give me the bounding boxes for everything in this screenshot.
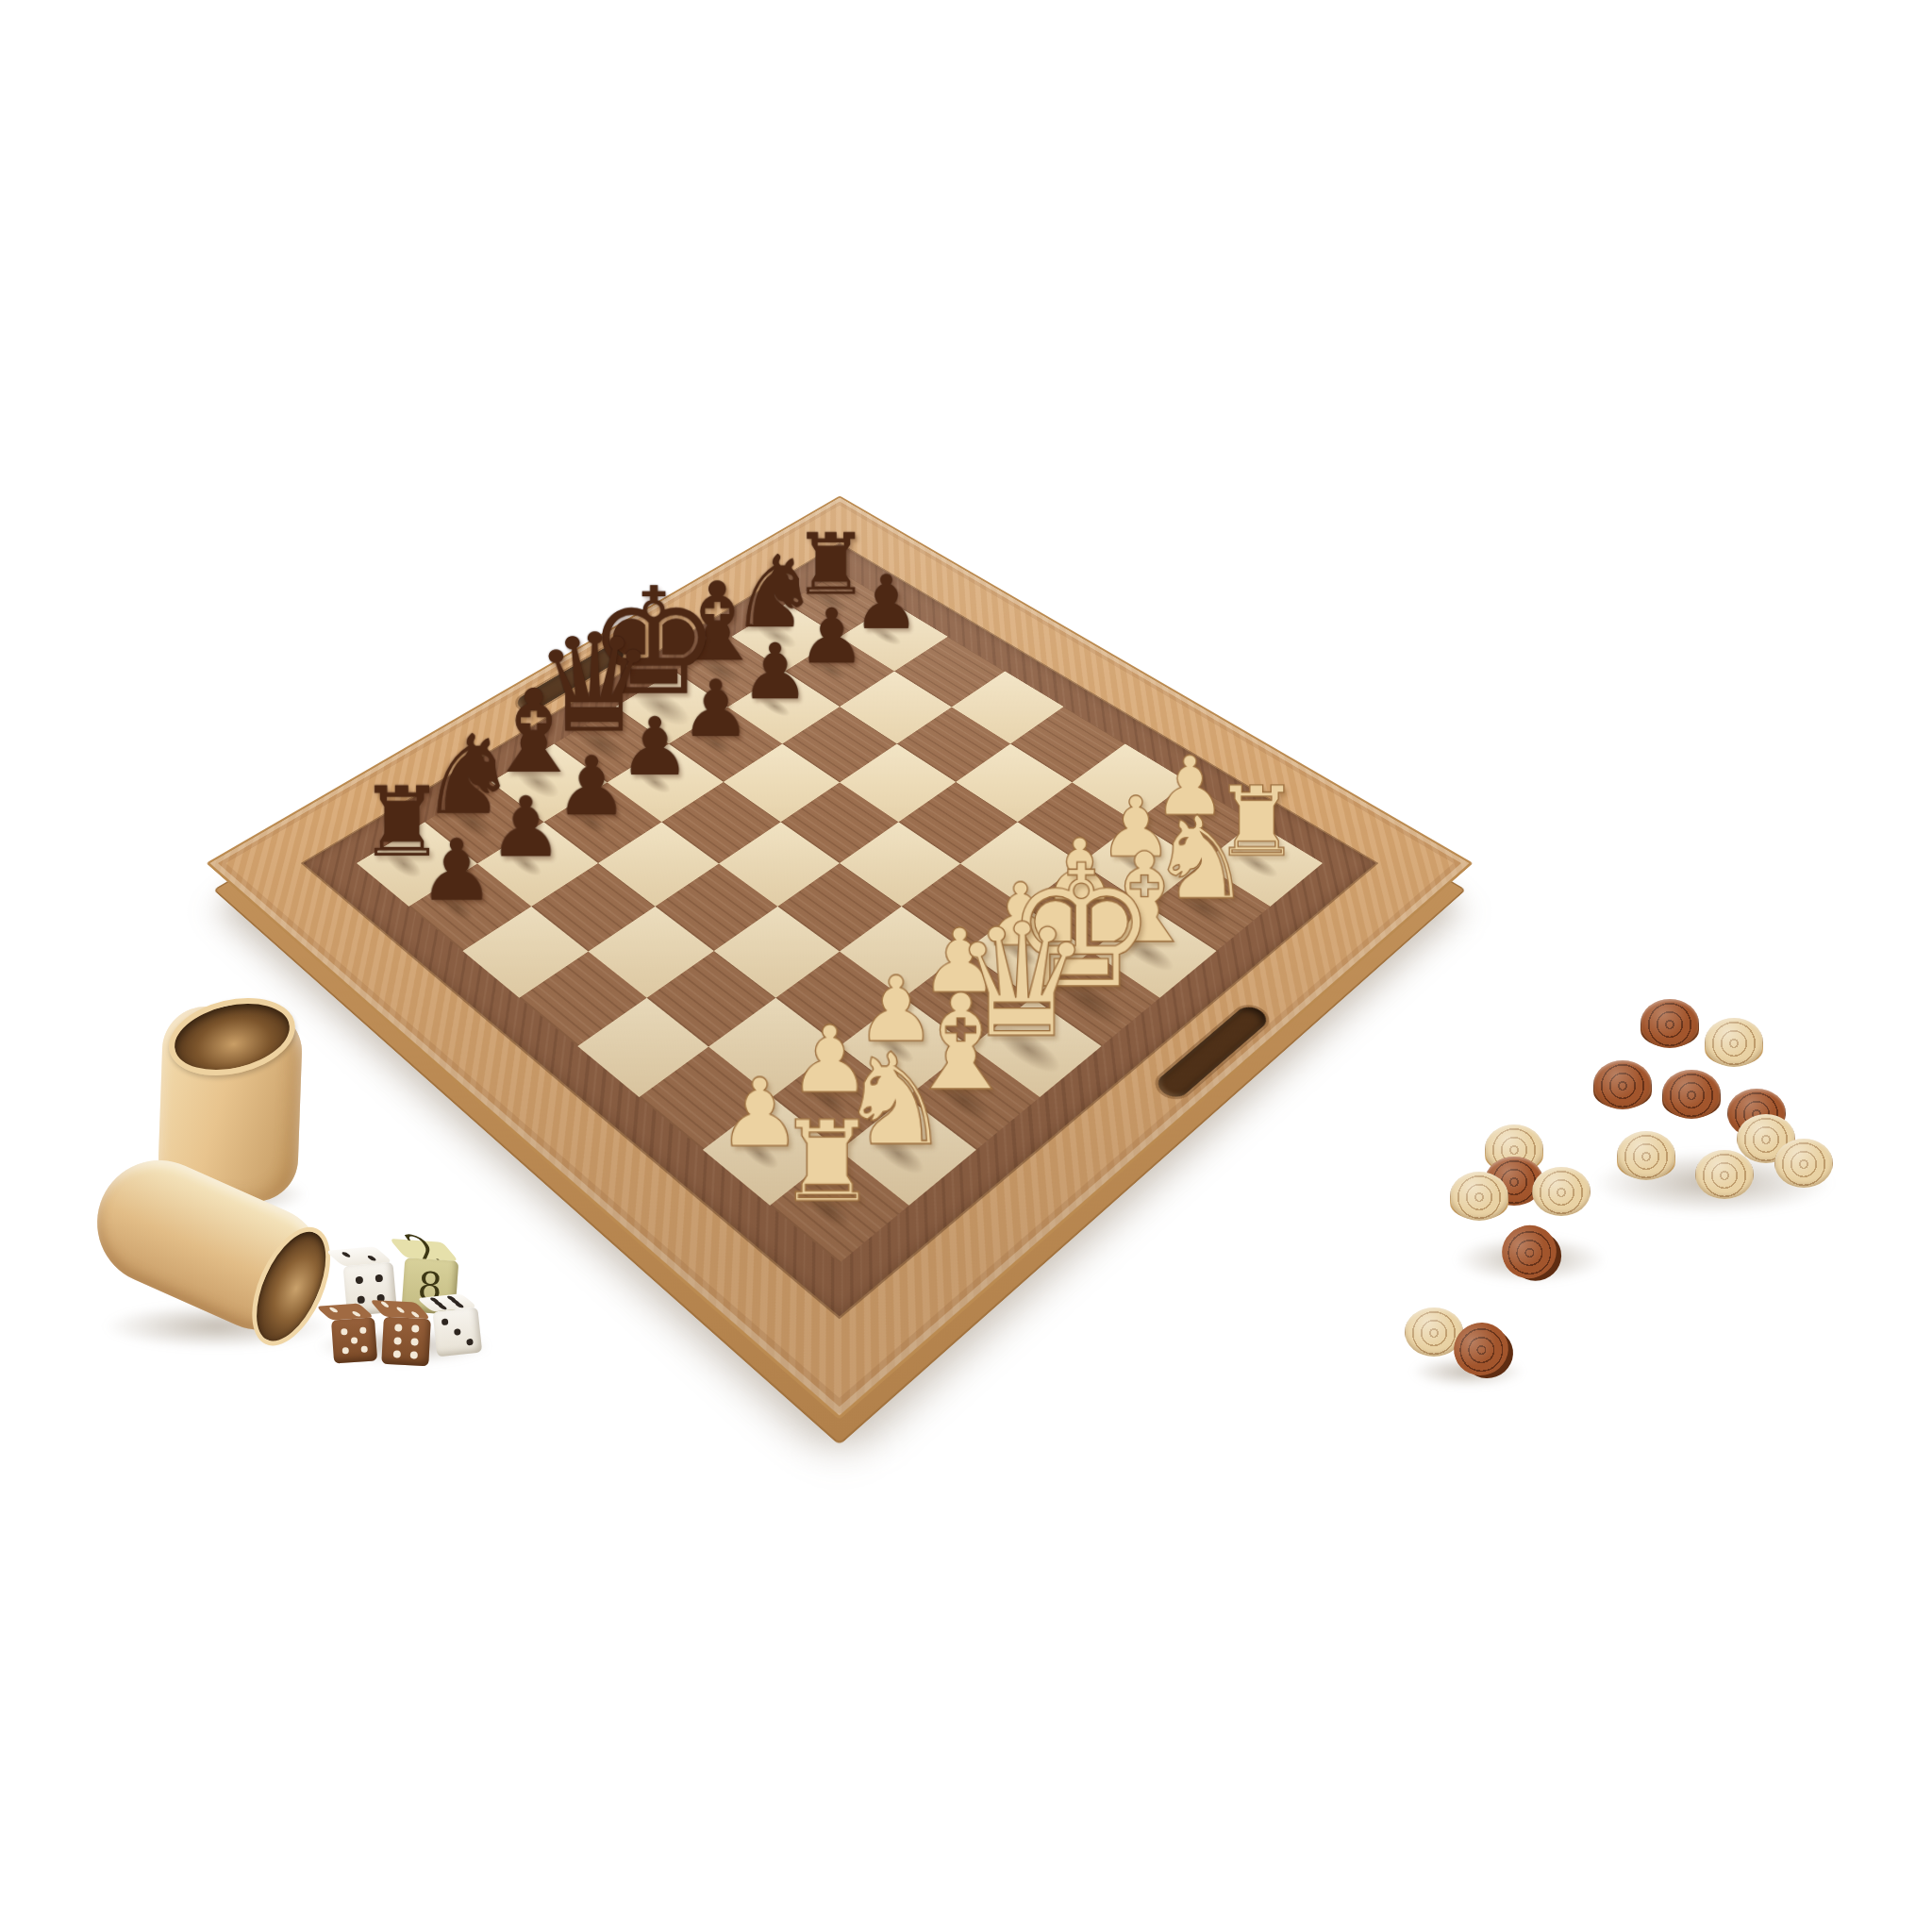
die-pip bbox=[441, 1319, 449, 1326]
checker-face bbox=[1774, 1139, 1833, 1188]
checker-face bbox=[1617, 1131, 1675, 1180]
die-pip bbox=[340, 1252, 351, 1257]
die-pip bbox=[327, 1307, 339, 1313]
die-pip bbox=[361, 1346, 368, 1353]
dice-cup-lying bbox=[92, 1162, 340, 1351]
die-pip bbox=[393, 1350, 401, 1357]
die-pip bbox=[375, 1274, 384, 1283]
checker-face bbox=[1494, 1217, 1565, 1287]
die-pip bbox=[394, 1324, 402, 1331]
left-pile-checker-natural bbox=[1450, 1172, 1508, 1230]
white-die-2-front-face bbox=[432, 1307, 482, 1357]
cup-opening bbox=[236, 1216, 346, 1357]
checker-face bbox=[1641, 999, 1699, 1048]
die-pip bbox=[351, 1337, 358, 1343]
die-pip bbox=[359, 1326, 366, 1333]
checker-face bbox=[1446, 1315, 1516, 1383]
right-pile-checker-natural bbox=[1705, 1018, 1763, 1076]
cup-body bbox=[77, 1141, 343, 1350]
right-pile-checker-brown bbox=[1641, 999, 1699, 1058]
die-pip bbox=[351, 1311, 362, 1317]
checker-face bbox=[1705, 1018, 1763, 1067]
right-pile-checker-brown bbox=[1593, 1060, 1652, 1119]
die-pip bbox=[380, 1302, 391, 1308]
left-pile-checker-brown bbox=[1502, 1225, 1560, 1284]
die-pip bbox=[409, 1311, 420, 1318]
checker-face bbox=[1593, 1060, 1652, 1109]
die-pip bbox=[366, 1256, 377, 1261]
die-pip bbox=[410, 1351, 418, 1358]
die-pip bbox=[466, 1338, 474, 1345]
checker-face bbox=[1695, 1150, 1754, 1199]
brown-die-2 bbox=[381, 1301, 431, 1367]
checker-face bbox=[1662, 1070, 1721, 1119]
piece-glyph: ♟ bbox=[372, 828, 541, 913]
left-pile-checker-natural bbox=[1532, 1167, 1591, 1225]
checker-face bbox=[1532, 1167, 1591, 1216]
die-pip bbox=[410, 1338, 418, 1345]
brown-die-1-front-face bbox=[331, 1317, 377, 1363]
right-pile-checker-natural bbox=[1695, 1150, 1754, 1208]
brown-die-2-front-face bbox=[381, 1317, 431, 1367]
front-pair-checker-brown bbox=[1454, 1323, 1512, 1381]
right-pile-checker-brown bbox=[1662, 1070, 1721, 1128]
die-pip bbox=[341, 1347, 348, 1354]
scene-3d: ♜♞♟♝♟♚♟♛♟♝♟♞♟♟♜♟♟♜♟♟♞♟♝♟♚♟♛♟♝♟♞♜ bbox=[0, 0, 1932, 1932]
white-die-2 bbox=[431, 1292, 482, 1357]
brown-die-1 bbox=[330, 1302, 377, 1363]
die-pip bbox=[394, 1307, 405, 1313]
die-pip bbox=[393, 1337, 401, 1344]
right-pile-checker-natural bbox=[1617, 1131, 1675, 1190]
checker-face bbox=[1450, 1172, 1508, 1221]
right-pile-checker-natural bbox=[1774, 1139, 1833, 1197]
game-board-tray: ♜♞♟♝♟♚♟♛♟♝♟♞♟♟♜♟♟♜♟♟♞♟♝♟♚♟♛♟♝♟♞♜ bbox=[206, 495, 1474, 1420]
die-pip bbox=[454, 1328, 461, 1336]
die-pip bbox=[341, 1328, 347, 1335]
die-pip bbox=[355, 1275, 363, 1284]
die-pip bbox=[411, 1324, 419, 1332]
piece-glyph: ♜ bbox=[716, 1106, 940, 1218]
